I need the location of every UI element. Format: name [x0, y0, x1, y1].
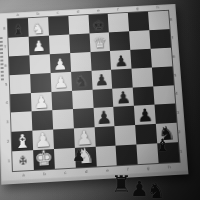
square-c4 [51, 90, 72, 110]
square-a6 [9, 55, 30, 75]
square-d6 [70, 52, 91, 72]
square-c7 [49, 34, 70, 54]
piece-black-pawn-f6: ♟ [114, 53, 129, 69]
file-labels-top-g: g [136, 7, 139, 12]
square-a8: ♝ [8, 18, 29, 37]
piece-white-pawn-c5: ♟ [53, 75, 68, 91]
square-d5: ♞ [71, 70, 92, 90]
chessboard-photo-scene: abcdefgh abcdefgh 87654321 87654321 ♝♞♚♟… [0, 0, 200, 200]
square-g7 [129, 30, 150, 50]
square-e8: ♚ [88, 14, 109, 33]
square-b6 [29, 54, 50, 74]
file-labels-top-e: e [97, 9, 100, 14]
file-labels-bottom-e: e [106, 169, 109, 174]
square-b3 [31, 111, 52, 131]
square-h5 [152, 66, 174, 86]
file-labels-top-h: h [156, 6, 159, 11]
square-f6: ♟ [110, 50, 131, 70]
square-a2: ♝ [12, 131, 33, 152]
square-g3: ♟ [134, 105, 156, 125]
piece-white-knight-b8: ♞ [32, 22, 46, 37]
rank-labels-right-4: 4 [175, 92, 180, 96]
square-h7 [149, 29, 170, 49]
square-e5: ♟ [91, 69, 112, 89]
square-g6 [131, 49, 153, 69]
piece-white-bishop-a2: ♝ [13, 131, 31, 151]
square-a1: ✠✠ [12, 150, 34, 171]
rank-labels-right-1: 1 [180, 150, 185, 154]
board-grid: ♝♞♚♟♛♟♟♟♞♟♟♟♟♟♝♟♟♞✠✠♚♞ [8, 11, 180, 171]
captured-black-bishop-1: ♝ [155, 137, 170, 154]
square-d4 [72, 89, 93, 109]
rank-labels-right-7: 7 [171, 36, 176, 40]
square-a3 [11, 112, 32, 132]
file-labels-bottom-b: b [43, 172, 46, 177]
square-b1: ♚ [33, 149, 55, 170]
square-h3 [155, 104, 177, 124]
file-labels-top-d: d [77, 10, 80, 15]
square-b8: ♞ [28, 17, 49, 36]
square-g4 [133, 86, 155, 106]
rank-labels-right-3: 3 [177, 111, 182, 115]
file-labels-bottom-g: g [147, 166, 150, 171]
piece-white-pawn-c6: ♟ [53, 57, 68, 73]
piece-white-pawn-d2: ♟ [75, 128, 93, 148]
file-labels-top-b: b [37, 12, 40, 17]
square-f8 [108, 13, 129, 32]
rank-labels-right-6: 6 [172, 55, 177, 59]
rank-labels-right-5: 5 [174, 73, 179, 77]
square-d8 [68, 15, 89, 34]
captured-black-pawn-3: ♟ [130, 179, 149, 200]
square-e2 [94, 126, 116, 147]
square-a7 [8, 37, 29, 57]
square-g8 [128, 12, 149, 31]
square-h6 [151, 47, 173, 67]
square-e4 [92, 88, 114, 108]
file-labels-top-a: a [16, 13, 19, 18]
board-maker-emblem: ✠✠ [12, 156, 33, 166]
piece-black-king-e8: ♚ [92, 19, 106, 34]
piece-black-pawn-e3: ♟ [95, 109, 112, 128]
file-labels-bottom-h: h [168, 165, 171, 170]
square-b7: ♟ [29, 35, 50, 55]
piece-white-pawn-b2: ♟ [34, 130, 52, 150]
captured-black-knight-4: ♞ [147, 181, 166, 200]
piece-black-pawn-f4: ♟ [115, 89, 131, 107]
captured-black-rook-2: ♜ [111, 173, 132, 196]
square-g5 [132, 67, 154, 87]
square-d7 [69, 33, 90, 53]
piece-black-knight-d5: ♞ [74, 74, 89, 90]
square-a4 [10, 93, 31, 113]
square-b2: ♟ [32, 130, 54, 151]
file-labels-top-f: f [117, 8, 119, 13]
square-f3 [114, 106, 136, 126]
piece-white-pawn-b7: ♟ [32, 40, 46, 55]
square-f1 [116, 145, 138, 166]
square-e3: ♟ [93, 107, 115, 127]
square-f2 [115, 125, 137, 146]
square-e6 [90, 51, 111, 71]
file-labels-bottom-d: d [85, 170, 88, 175]
square-b4: ♟ [31, 92, 52, 112]
piece-white-queen-e7: ♛ [93, 36, 107, 51]
file-labels-top-c: c [57, 11, 59, 16]
chess-board: abcdefgh abcdefgh 87654321 87654321 ♝♞♚♟… [0, 4, 188, 185]
square-c5: ♟ [50, 72, 71, 92]
square-h8 [148, 11, 169, 30]
square-f5 [111, 68, 133, 88]
file-labels-bottom-a: a [22, 173, 25, 178]
square-a5 [10, 74, 31, 94]
square-f4: ♟ [113, 87, 135, 107]
square-h4 [153, 85, 175, 105]
square-e1 [95, 146, 117, 167]
captured-black-pawn-0: ♟ [72, 149, 85, 164]
square-f7 [109, 31, 130, 51]
piece-white-king-b1: ♚ [34, 148, 54, 170]
square-c6: ♟ [50, 53, 71, 73]
piece-black-pawn-g3: ♟ [136, 106, 154, 125]
square-d2: ♟ [74, 128, 96, 149]
piece-black-pawn-e5: ♟ [94, 73, 109, 89]
piece-black-bishop-a8: ♝ [11, 23, 24, 38]
piece-white-pawn-b4: ♟ [33, 94, 49, 112]
square-c3 [52, 109, 73, 129]
square-b5 [30, 73, 51, 93]
file-labels-bottom-c: c [64, 171, 66, 176]
square-c8 [48, 16, 69, 35]
square-e7: ♛ [89, 32, 110, 52]
rank-labels-right-8: 8 [170, 18, 175, 22]
square-d3 [73, 108, 95, 128]
rank-labels-right-2: 2 [178, 130, 183, 134]
